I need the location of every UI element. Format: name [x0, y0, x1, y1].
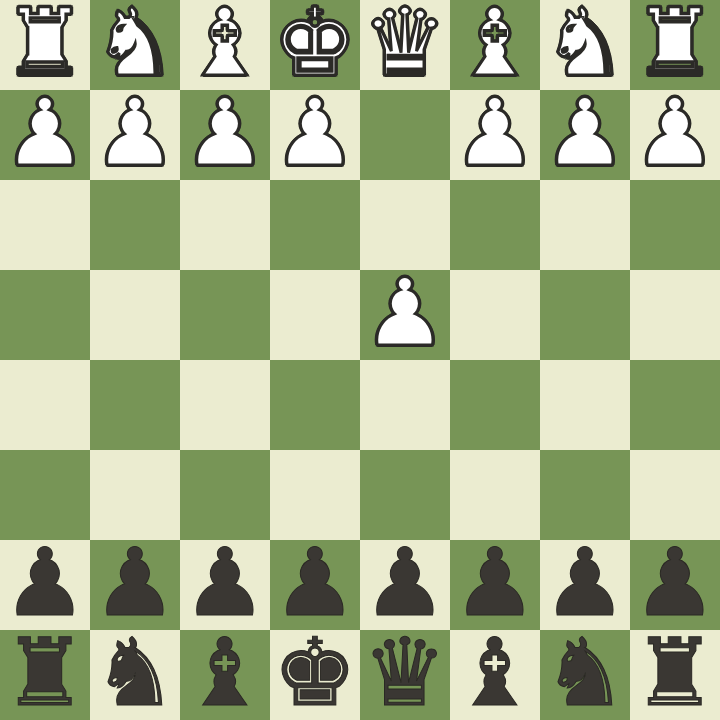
square-c7[interactable]: ♟ — [450, 540, 540, 630]
square-a3[interactable] — [630, 180, 720, 270]
square-a8[interactable]: ♜ — [630, 630, 720, 720]
square-g7[interactable]: ♟ — [90, 540, 180, 630]
black-knight-b8[interactable]: ♞ — [543, 628, 627, 718]
white-pawn-c2[interactable]: ♟ — [453, 88, 537, 178]
black-pawn-d7[interactable]: ♟ — [363, 538, 447, 628]
white-knight-b1[interactable]: ♞ — [543, 0, 627, 88]
square-h2[interactable]: ♟ — [0, 90, 90, 180]
black-pawn-f7[interactable]: ♟ — [183, 538, 267, 628]
square-g1[interactable]: ♞ — [90, 0, 180, 90]
square-d4[interactable]: ♟ — [360, 270, 450, 360]
white-pawn-b2[interactable]: ♟ — [543, 88, 627, 178]
square-e4[interactable] — [270, 270, 360, 360]
square-g4[interactable] — [90, 270, 180, 360]
square-e6[interactable] — [270, 450, 360, 540]
square-c2[interactable]: ♟ — [450, 90, 540, 180]
square-a4[interactable] — [630, 270, 720, 360]
square-h4[interactable] — [0, 270, 90, 360]
square-f3[interactable] — [180, 180, 270, 270]
square-b6[interactable] — [540, 450, 630, 540]
white-pawn-g2[interactable]: ♟ — [93, 88, 177, 178]
square-c3[interactable] — [450, 180, 540, 270]
square-g5[interactable] — [90, 360, 180, 450]
square-c8[interactable]: ♝ — [450, 630, 540, 720]
white-rook-h1[interactable]: ♜ — [3, 0, 87, 88]
square-f6[interactable] — [180, 450, 270, 540]
square-h6[interactable] — [0, 450, 90, 540]
square-c4[interactable] — [450, 270, 540, 360]
square-f4[interactable] — [180, 270, 270, 360]
white-king-e1[interactable]: ♚ — [273, 0, 357, 88]
white-queen-d1[interactable]: ♛ — [363, 0, 447, 88]
black-rook-a8[interactable]: ♜ — [633, 628, 717, 718]
square-d2[interactable] — [360, 90, 450, 180]
square-e5[interactable] — [270, 360, 360, 450]
white-pawn-e2[interactable]: ♟ — [273, 88, 357, 178]
square-c1[interactable]: ♝ — [450, 0, 540, 90]
square-g8[interactable]: ♞ — [90, 630, 180, 720]
black-king-e8[interactable]: ♚ — [273, 628, 357, 718]
white-bishop-f1[interactable]: ♝ — [183, 0, 267, 88]
square-h3[interactable] — [0, 180, 90, 270]
black-knight-g8[interactable]: ♞ — [93, 628, 177, 718]
square-h5[interactable] — [0, 360, 90, 450]
white-pawn-d4[interactable]: ♟ — [363, 268, 447, 358]
square-f5[interactable] — [180, 360, 270, 450]
square-h8[interactable]: ♜ — [0, 630, 90, 720]
square-g3[interactable] — [90, 180, 180, 270]
square-b5[interactable] — [540, 360, 630, 450]
square-c5[interactable] — [450, 360, 540, 450]
square-d7[interactable]: ♟ — [360, 540, 450, 630]
square-b4[interactable] — [540, 270, 630, 360]
square-b3[interactable] — [540, 180, 630, 270]
square-c6[interactable] — [450, 450, 540, 540]
square-f7[interactable]: ♟ — [180, 540, 270, 630]
square-a6[interactable] — [630, 450, 720, 540]
white-rook-a1[interactable]: ♜ — [633, 0, 717, 88]
square-d8[interactable]: ♛ — [360, 630, 450, 720]
square-e1[interactable]: ♚ — [270, 0, 360, 90]
black-bishop-f8[interactable]: ♝ — [183, 628, 267, 718]
square-d6[interactable] — [360, 450, 450, 540]
square-b1[interactable]: ♞ — [540, 0, 630, 90]
square-g2[interactable]: ♟ — [90, 90, 180, 180]
white-pawn-f2[interactable]: ♟ — [183, 88, 267, 178]
white-bishop-c1[interactable]: ♝ — [453, 0, 537, 88]
square-b7[interactable]: ♟ — [540, 540, 630, 630]
white-pawn-h2[interactable]: ♟ — [3, 88, 87, 178]
square-a7[interactable]: ♟ — [630, 540, 720, 630]
square-e7[interactable]: ♟ — [270, 540, 360, 630]
square-f2[interactable]: ♟ — [180, 90, 270, 180]
square-a5[interactable] — [630, 360, 720, 450]
square-g6[interactable] — [90, 450, 180, 540]
square-d3[interactable] — [360, 180, 450, 270]
white-knight-g1[interactable]: ♞ — [93, 0, 177, 88]
square-b2[interactable]: ♟ — [540, 90, 630, 180]
square-a2[interactable]: ♟ — [630, 90, 720, 180]
square-h1[interactable]: ♜ — [0, 0, 90, 90]
square-d5[interactable] — [360, 360, 450, 450]
square-h7[interactable]: ♟ — [0, 540, 90, 630]
black-queen-d8[interactable]: ♛ — [363, 628, 447, 718]
square-a1[interactable]: ♜ — [630, 0, 720, 90]
square-b8[interactable]: ♞ — [540, 630, 630, 720]
square-e3[interactable] — [270, 180, 360, 270]
chess-board: ♜♞♝♚♛♝♞♜♟♟♟♟♟♟♟♟♟♟♟♟♟♟♟♟♜♞♝♚♛♝♞♜ — [0, 0, 720, 720]
black-pawn-g7[interactable]: ♟ — [93, 538, 177, 628]
square-f8[interactable]: ♝ — [180, 630, 270, 720]
black-pawn-h7[interactable]: ♟ — [3, 538, 87, 628]
square-e8[interactable]: ♚ — [270, 630, 360, 720]
black-pawn-b7[interactable]: ♟ — [543, 538, 627, 628]
white-pawn-a2[interactable]: ♟ — [633, 88, 717, 178]
square-d1[interactable]: ♛ — [360, 0, 450, 90]
black-pawn-e7[interactable]: ♟ — [273, 538, 357, 628]
square-e2[interactable]: ♟ — [270, 90, 360, 180]
square-f1[interactable]: ♝ — [180, 0, 270, 90]
black-pawn-c7[interactable]: ♟ — [453, 538, 537, 628]
black-rook-h8[interactable]: ♜ — [3, 628, 87, 718]
black-pawn-a7[interactable]: ♟ — [633, 538, 717, 628]
black-bishop-c8[interactable]: ♝ — [453, 628, 537, 718]
